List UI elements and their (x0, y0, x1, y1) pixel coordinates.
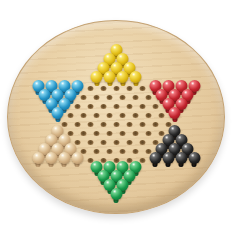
hole[interactable] (90, 129, 103, 138)
hole-opening (120, 113, 126, 118)
hole[interactable] (136, 102, 149, 111)
hole-opening (100, 104, 106, 109)
peg-ball (32, 152, 44, 164)
hole[interactable] (116, 147, 129, 156)
hole-opening (94, 113, 100, 118)
hole[interactable] (116, 93, 129, 102)
chinese-checkers-board (7, 20, 225, 214)
hole-opening (74, 122, 80, 127)
hole[interactable] (103, 129, 116, 138)
hole[interactable] (97, 138, 110, 147)
peg-ball (169, 107, 181, 119)
hole[interactable] (97, 120, 110, 129)
hole[interactable] (84, 138, 97, 147)
peg-natural[interactable] (58, 156, 71, 165)
hole-opening (87, 86, 93, 91)
hole[interactable] (90, 147, 103, 156)
peg-green[interactable] (110, 192, 123, 201)
hole-opening (133, 149, 139, 154)
peg-ball (58, 152, 70, 164)
hole[interactable] (129, 147, 142, 156)
hole[interactable] (149, 102, 162, 111)
hole-opening (87, 140, 93, 145)
peg-ball (71, 152, 83, 164)
hole-opening (126, 140, 132, 145)
peg-black[interactable] (162, 156, 175, 165)
hole[interactable] (142, 93, 155, 102)
hole[interactable] (103, 147, 116, 156)
hole-opening (139, 86, 145, 91)
hole[interactable] (129, 111, 142, 120)
peg-ball (91, 71, 103, 83)
hole[interactable] (136, 138, 149, 147)
hole-opening (74, 104, 80, 109)
hole-opening (94, 131, 100, 136)
hole-opening (159, 113, 165, 118)
hole[interactable] (97, 84, 110, 93)
hole[interactable] (71, 120, 84, 129)
hole-opening (126, 104, 132, 109)
hole[interactable] (90, 93, 103, 102)
peg-natural[interactable] (32, 156, 45, 165)
hole[interactable] (136, 84, 149, 93)
hole[interactable] (64, 111, 77, 120)
hole-opening (68, 113, 74, 118)
hole-opening (113, 86, 119, 91)
hole-opening (139, 104, 145, 109)
board-row (32, 111, 201, 120)
hole-opening (152, 104, 158, 109)
hole-opening (100, 122, 106, 127)
peg-ball (175, 152, 187, 164)
hole[interactable] (110, 84, 123, 93)
hole-opening (146, 131, 152, 136)
peg-ball (162, 152, 174, 164)
hole-opening (113, 104, 119, 109)
peg-blue[interactable] (51, 111, 64, 120)
hole[interactable] (77, 129, 90, 138)
hole-opening (133, 113, 139, 118)
board-row (32, 192, 201, 201)
hole-opening (133, 95, 139, 100)
hole[interactable] (71, 102, 84, 111)
peg-yellow[interactable] (90, 75, 103, 84)
hole-opening (139, 140, 145, 145)
hole-opening (81, 113, 87, 118)
hole-opening (107, 149, 113, 154)
hole-opening (146, 113, 152, 118)
peg-yellow[interactable] (129, 75, 142, 84)
product-photo (0, 0, 232, 232)
peg-ball (149, 152, 161, 164)
peg-yellow[interactable] (116, 75, 129, 84)
hole-opening (81, 131, 87, 136)
hole[interactable] (84, 102, 97, 111)
hole-opening (113, 140, 119, 145)
hole[interactable] (103, 93, 116, 102)
hole[interactable] (123, 102, 136, 111)
hole-opening (120, 131, 126, 136)
hole-opening (120, 95, 126, 100)
hole[interactable] (103, 111, 116, 120)
hole-opening (133, 131, 139, 136)
hole-opening (107, 95, 113, 100)
hole[interactable] (116, 129, 129, 138)
hole[interactable] (77, 111, 90, 120)
hole-opening (100, 86, 106, 91)
hole[interactable] (123, 138, 136, 147)
peg-black[interactable] (149, 156, 162, 165)
hole-opening (107, 131, 113, 136)
hole[interactable] (123, 120, 136, 129)
hole-opening (139, 122, 145, 127)
hole-opening (94, 95, 100, 100)
hole[interactable] (142, 129, 155, 138)
peg-natural[interactable] (45, 156, 58, 165)
hole[interactable] (110, 138, 123, 147)
peg-black[interactable] (175, 156, 188, 165)
hole-opening (113, 122, 119, 127)
hole-opening (87, 104, 93, 109)
hole[interactable] (136, 120, 149, 129)
hole-opening (126, 122, 132, 127)
hole-opening (107, 113, 113, 118)
hole[interactable] (116, 111, 129, 120)
hole[interactable] (155, 111, 168, 120)
hole[interactable] (123, 84, 136, 93)
peg-ball (117, 71, 129, 83)
hole[interactable] (90, 111, 103, 120)
hole[interactable] (84, 84, 97, 93)
hole[interactable] (110, 120, 123, 129)
hole-opening (152, 122, 158, 127)
peg-natural[interactable] (71, 156, 84, 165)
hole-opening (100, 140, 106, 145)
peg-ball (188, 152, 200, 164)
hole[interactable] (97, 102, 110, 111)
hole[interactable] (77, 93, 90, 102)
peg-yellow[interactable] (103, 75, 116, 84)
hole-opening (126, 86, 132, 91)
hole-opening (81, 95, 87, 100)
hole-opening (94, 149, 100, 154)
peg-grid (32, 48, 201, 201)
hole[interactable] (129, 93, 142, 102)
peg-ball (52, 107, 64, 119)
peg-red[interactable] (168, 111, 181, 120)
hole-opening (87, 122, 93, 127)
hole[interactable] (84, 120, 97, 129)
hole[interactable] (149, 120, 162, 129)
peg-black[interactable] (188, 156, 201, 165)
hole[interactable] (129, 129, 142, 138)
hole[interactable] (142, 111, 155, 120)
peg-ball (110, 188, 122, 200)
peg-ball (104, 71, 116, 83)
peg-ball (45, 152, 57, 164)
hole-opening (120, 149, 126, 154)
hole-opening (146, 95, 152, 100)
hole[interactable] (110, 102, 123, 111)
peg-ball (130, 71, 142, 83)
